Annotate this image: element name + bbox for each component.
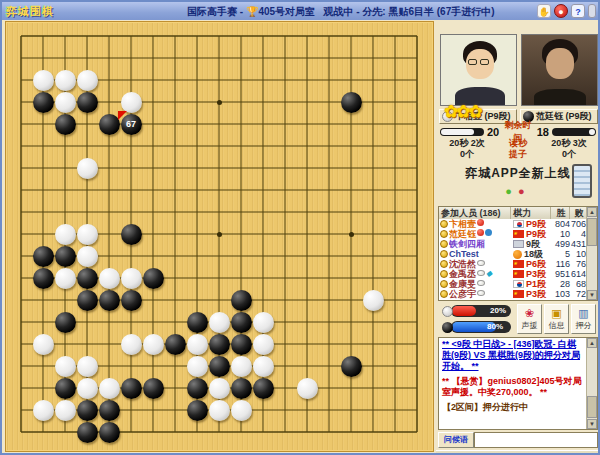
white-captures: 0个: [436, 148, 498, 161]
titlebar: 弈城围棋 国际高手赛 - 🏆405号对局室 观战中 - 分先: 黑贴6目半 (6…: [2, 2, 598, 20]
white-stone: [209, 312, 230, 333]
col-losses[interactable]: 败: [570, 207, 587, 219]
black-stone: [77, 268, 98, 289]
spectator-rank: P3段: [512, 269, 552, 279]
white-stone: [187, 356, 208, 377]
black-stone: [55, 378, 76, 399]
flag-cn-icon: [513, 230, 524, 238]
star-point: [217, 232, 222, 237]
black-stone: [187, 378, 208, 399]
hand-icon[interactable]: ✋: [537, 4, 551, 18]
spectator-row[interactable]: ChTest18级510: [439, 249, 597, 259]
spectator-name: 卞相壹: [449, 219, 512, 229]
flag-gray-icon: [513, 240, 524, 248]
scrollbar-thumb[interactable]: [587, 218, 597, 246]
spectator-wins: 28: [552, 279, 571, 289]
chat-input-row: 问候语: [438, 432, 598, 448]
black-stone: [55, 312, 76, 333]
flag-cn-icon: [513, 270, 524, 278]
white-stone: [77, 378, 98, 399]
white-vote-bar: 20%: [451, 305, 511, 317]
partial-icon[interactable]: [588, 4, 596, 18]
flag-kr-icon: [513, 280, 524, 288]
spectator-table: 参加人员 (186) 棋力 胜 败 卞相壹P9段804706范廷钰P9段104铁…: [438, 206, 598, 301]
black-stone: [55, 114, 76, 135]
bag-icon: ▥: [572, 305, 595, 320]
black-stone: [99, 290, 120, 311]
member-badge-icon: [440, 290, 448, 298]
timer-row: 20 剩余时间 18: [436, 126, 600, 137]
white-stone: [33, 400, 54, 421]
spectator-row[interactable]: 金禹丞◆P3段951614: [439, 269, 597, 279]
white-stone: [33, 70, 54, 91]
spectator-row[interactable]: 范廷钰P9段104: [439, 229, 597, 239]
egg-icon: [477, 260, 485, 266]
member-badge-icon: [440, 260, 448, 268]
scroll-up-icon[interactable]: ▲: [587, 338, 597, 348]
black-stone: [143, 268, 164, 289]
egg-icon: [477, 280, 485, 286]
white-stone: [187, 334, 208, 355]
black-stone: [231, 312, 252, 333]
white-stone: [209, 400, 230, 421]
cheer-flowers-icon: ✿✿✿: [444, 101, 481, 122]
black-time-bar: [552, 128, 596, 136]
member-badge-icon: [440, 280, 448, 288]
black-stone: [33, 246, 54, 267]
spectator-wins: 103: [552, 289, 571, 299]
white-stone: [99, 268, 120, 289]
black-stone: [121, 290, 142, 311]
member-badge-icon: [440, 220, 448, 228]
button-label: 声援: [522, 321, 538, 330]
white-stone-icon: [442, 306, 453, 317]
white-stone: [297, 378, 318, 399]
spectator-name: ChTest: [449, 249, 512, 259]
captures-label: 提子: [498, 148, 538, 161]
spectator-name: 沈浩然: [449, 259, 512, 269]
chat-input[interactable]: [474, 432, 598, 448]
white-player-photo: [440, 34, 517, 106]
white-stone: [143, 334, 164, 355]
spectator-rank: P3段: [512, 289, 552, 299]
white-time: 20: [484, 126, 502, 138]
black-stone: [143, 378, 164, 399]
member-badge-icon: [440, 270, 448, 278]
member-badge-icon: [440, 250, 448, 258]
go-board[interactable]: 67: [7, 23, 432, 450]
rose-icon: ❀: [518, 305, 541, 320]
black-captures: 0个: [538, 148, 600, 161]
egg-icon: [477, 270, 485, 276]
greeting-button[interactable]: 问候语: [438, 432, 474, 448]
black-vote-percent: 80%: [487, 321, 503, 333]
spectator-wins: 951: [552, 269, 571, 279]
board-panel: 67: [5, 21, 434, 452]
spectator-wins: 10: [552, 229, 571, 239]
white-stone: [121, 268, 142, 289]
spectator-rank: P9段: [512, 229, 552, 239]
red-dot-icon: [477, 229, 484, 236]
table-scrollbar[interactable]: ▲ ▼: [586, 207, 597, 300]
black-stone: [121, 224, 142, 245]
android-icon: ●: [505, 185, 518, 197]
white-stone: [55, 92, 76, 113]
button-label: 信息: [549, 321, 565, 330]
member-badge-icon: [440, 230, 448, 238]
spectator-rank: P1段: [512, 279, 552, 289]
black-stone: [77, 422, 98, 443]
spectator-rank: P9段: [512, 219, 552, 229]
trophy-icon: 🏆: [246, 6, 258, 17]
black-stone: [187, 400, 208, 421]
white-stone: [77, 246, 98, 267]
white-stone: [77, 356, 98, 377]
egg-icon: [477, 290, 485, 296]
black-stone: [341, 92, 362, 113]
phone-icon: [572, 164, 592, 198]
black-stone: [77, 290, 98, 311]
col-wins[interactable]: 胜: [551, 207, 570, 219]
spectator-row[interactable]: 卞相壹P9段804706: [439, 219, 597, 229]
red-dot-icon: [477, 219, 484, 226]
black-stone: 67: [121, 114, 142, 135]
black-stone: [231, 334, 252, 355]
black-stone: [187, 312, 208, 333]
game-window: 弈城围棋 国际高手赛 - 🏆405号对局室 观战中 - 分先: 黑贴6目半 (6…: [0, 0, 600, 455]
black-stone: [33, 92, 54, 113]
white-vote-percent: 20%: [490, 305, 506, 317]
spectator-name: 铁剑四厢: [449, 239, 512, 249]
声援-button[interactable]: ❀声援: [517, 304, 542, 334]
black-stone: [99, 400, 120, 421]
scrollbar-thumb[interactable]: [587, 396, 597, 418]
white-time-bar: [440, 128, 484, 136]
spectator-rank: 18级: [512, 249, 552, 259]
black-stone: [121, 378, 142, 399]
flag-cn-icon: [513, 260, 524, 268]
chat-message: 【2区间】押分进行中: [439, 401, 597, 416]
white-stone: [253, 312, 274, 333]
apple-icon: ●: [518, 185, 531, 197]
scroll-up-icon[interactable]: ▲: [587, 207, 597, 217]
white-stone: [253, 356, 274, 377]
chat-message: ** <9段 中日战> - [436]欧冠- 白棋胜(9段) VS 黑棋胜(9段…: [439, 338, 597, 375]
white-stone: [99, 378, 120, 399]
white-stone: [77, 70, 98, 91]
captures-row: 0个 提子 0个: [436, 149, 600, 160]
scroll-down-icon[interactable]: ▼: [587, 290, 597, 300]
diamond-icon: ◆: [486, 269, 492, 279]
star-point: [349, 232, 354, 237]
table-header: 参加人员 (186) 棋力 胜 败: [439, 207, 597, 219]
信息-button[interactable]: ▣信息: [544, 304, 569, 334]
black-player-name: 范廷钰 (P9段): [536, 110, 592, 123]
white-stone: [209, 378, 230, 399]
spectator-row[interactable]: 铁剑四厢9段499431: [439, 239, 597, 249]
white-stone: [33, 334, 54, 355]
black-player-photo: [521, 34, 598, 106]
spectator-wins: 5: [552, 249, 571, 259]
chat-scrollbar[interactable]: ▲ ▼: [586, 338, 597, 429]
black-stone: [33, 268, 54, 289]
spectator-rank: P6段: [512, 259, 552, 269]
col-participants[interactable]: 参加人员 (186): [439, 207, 511, 219]
white-stone: [231, 356, 252, 377]
black-stone: [231, 290, 252, 311]
button-label: 押分: [576, 321, 592, 330]
white-stone: [55, 224, 76, 245]
col-rank[interactable]: 棋力: [511, 207, 551, 219]
spectator-row[interactable]: 沈浩然P6段11676: [439, 259, 597, 269]
black-stone: [165, 334, 186, 355]
flag-kr-icon: [513, 220, 524, 228]
black-stone: [77, 400, 98, 421]
spectator-row[interactable]: 公彦宇P3段10372: [439, 289, 597, 299]
black-stone: [55, 246, 76, 267]
white-stone: [55, 268, 76, 289]
black-stone: [99, 114, 120, 135]
flag-cn-icon: [513, 290, 524, 298]
white-vote-row[interactable]: 20%: [440, 304, 511, 318]
black-stone: [231, 378, 252, 399]
white-stone: [55, 356, 76, 377]
spectator-wins: 804: [552, 219, 571, 229]
stop-icon[interactable]: ●: [554, 4, 568, 18]
white-stone: [55, 70, 76, 91]
bottom-toolbar: ◄► ▦形势判断AI分析✂对局研究▤菜单⏏退出: [436, 450, 600, 455]
chat-area: ** <9段 中日战> - [436]欧冠- 白棋胜(9段) VS 黑棋胜(9段…: [438, 337, 598, 430]
member-badge-icon: [440, 240, 448, 248]
scroll-down-icon[interactable]: ▼: [587, 419, 597, 429]
spectator-name: 金禹丞◆: [449, 269, 512, 279]
white-stone: [121, 92, 142, 113]
押分-button[interactable]: ▥押分: [571, 304, 596, 334]
black-vote-row[interactable]: 80%: [440, 320, 511, 334]
white-stone: [121, 334, 142, 355]
app-banner[interactable]: 弈城APP全新上线 ●●: [438, 162, 598, 204]
black-stone: [253, 378, 274, 399]
game-status: 观战中 - 分先: 黑贴6目半 (67手进行中): [323, 6, 494, 17]
white-stone: [77, 224, 98, 245]
black-stone: [341, 356, 362, 377]
titlebar-icons: ✋ ● ?: [537, 4, 596, 18]
window-title: 国际高手赛 - 🏆405号对局室 观战中 - 分先: 黑贴6目半 (67手进行中…: [187, 5, 495, 19]
black-vote-bar: 80%: [451, 321, 511, 333]
app-logo: 弈城围棋: [6, 4, 54, 19]
black-stone: [99, 422, 120, 443]
betting-panel: 20% 80% ❀声援▣信息▥押分: [438, 304, 598, 335]
globe-icon: [485, 229, 492, 236]
spectator-wins: 499: [552, 239, 571, 249]
black-stone-icon: [442, 322, 453, 333]
white-stone: [231, 400, 252, 421]
chest-icon: ▣: [545, 305, 568, 320]
white-stone: [363, 290, 384, 311]
black-stone: [209, 334, 230, 355]
chat-message: ** 【悬赏】genius0802]405号对局室声援。中奖270,000。 *…: [439, 375, 597, 401]
help-icon[interactable]: ?: [571, 4, 585, 18]
spectator-rank: 9段: [512, 239, 552, 249]
spectator-name: 范廷钰: [449, 229, 512, 239]
spectator-wins: 116: [552, 259, 571, 269]
white-stone: [77, 158, 98, 179]
spectator-name: 金康旻: [449, 279, 512, 289]
white-stone: [55, 400, 76, 421]
last-move-number: 67: [121, 114, 142, 135]
black-stone: [77, 92, 98, 113]
flag-taiji-icon: [513, 250, 522, 259]
white-stone: [253, 334, 274, 355]
black-time: 18: [534, 126, 552, 138]
black-stone: [209, 356, 230, 377]
spectator-name: 公彦宇: [449, 289, 512, 299]
side-panel: ✿✿✿ 卞相壹 (P9段) 范廷钰 (P9段) 20 剩余时间 18 20秒 2…: [436, 21, 600, 455]
spectator-row[interactable]: 金康旻P1段2868: [439, 279, 597, 289]
star-point: [217, 100, 222, 105]
